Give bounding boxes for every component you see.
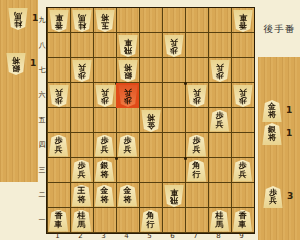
square-f5-r三[interactable]: [139, 158, 162, 183]
piece-銀将-gote[interactable]: 銀将: [95, 160, 115, 182]
square-f5-r七[interactable]: [139, 58, 162, 83]
square-f5-r四[interactable]: [139, 133, 162, 158]
sente-captured-stand: 桂馬1銀将1: [0, 0, 38, 182]
rank-label-二: 二: [38, 182, 46, 207]
piece-歩兵-gote[interactable]: 歩兵: [95, 135, 115, 157]
shogi-board[interactable]: 香車桂馬玉将香車飛車歩兵歩兵銀将歩兵歩兵歩兵歩兵歩兵歩兵金将歩兵歩兵歩兵歩兵歩兵…: [46, 7, 255, 234]
square-f4-r五[interactable]: [116, 108, 139, 133]
piece-歩兵-gote[interactable]: 歩兵: [210, 110, 230, 132]
hoshi-dot: [184, 82, 187, 85]
square-f3-r八[interactable]: [93, 33, 116, 58]
piece-桂馬-gote[interactable]: 桂馬: [72, 210, 92, 232]
rank-label-三: 三: [38, 157, 46, 182]
piece-金将-gote[interactable]: 金将: [95, 185, 115, 207]
turn-indicator: 後手番: [259, 23, 300, 36]
square-f1-r三[interactable]: [47, 158, 70, 183]
square-f1-r二[interactable]: [47, 183, 70, 208]
square-f2-r五[interactable]: [70, 108, 93, 133]
square-f3-r五[interactable]: [93, 108, 116, 133]
rank-label-五: 五: [38, 107, 46, 132]
gote-captured-stand: 金将1銀将1歩兵3: [258, 57, 300, 240]
piece-銀将-gote[interactable]: 銀将: [262, 123, 282, 145]
square-f6-r三[interactable]: [162, 158, 185, 183]
square-f8-r九[interactable]: [208, 8, 231, 33]
square-f9-r四[interactable]: [231, 133, 254, 158]
square-f5-r六[interactable]: [139, 83, 162, 108]
rank-label-八: 八: [38, 32, 46, 57]
piece-歩兵-gote[interactable]: 歩兵: [263, 186, 283, 208]
square-f7-r一[interactable]: [185, 208, 208, 233]
square-f1-r五[interactable]: [47, 108, 70, 133]
piece-香車-gote[interactable]: 香車: [49, 210, 69, 232]
square-f3-r一[interactable]: [93, 208, 116, 233]
square-f6-r六[interactable]: [162, 83, 185, 108]
file-label-7: 7: [184, 232, 207, 240]
square-f4-r一[interactable]: [116, 208, 139, 233]
piece-桂馬-sente[interactable]: 桂馬: [8, 8, 28, 30]
piece-王将-gote[interactable]: 王将: [72, 185, 92, 207]
square-f8-r八[interactable]: [208, 33, 231, 58]
square-f5-r二[interactable]: [139, 183, 162, 208]
square-f4-r九[interactable]: [116, 8, 139, 33]
piece-金将-gote[interactable]: 金将: [262, 100, 282, 122]
square-f6-r一[interactable]: [162, 208, 185, 233]
square-f9-r五[interactable]: [231, 108, 254, 133]
rank-label-七: 七: [38, 57, 46, 82]
file-label-2: 2: [69, 232, 92, 240]
square-f9-r七[interactable]: [231, 58, 254, 83]
file-label-4: 4: [115, 232, 138, 240]
rank-label-四: 四: [38, 132, 46, 157]
square-f5-r八[interactable]: [139, 33, 162, 58]
square-f8-r六[interactable]: [208, 83, 231, 108]
file-label-3: 3: [92, 232, 115, 240]
square-f6-r四[interactable]: [162, 133, 185, 158]
piece-金将-gote[interactable]: 金将: [118, 185, 138, 207]
hand-count: 1: [286, 105, 292, 115]
hand-count: 1: [286, 128, 292, 138]
square-f7-r五[interactable]: [185, 108, 208, 133]
square-f1-r七[interactable]: [47, 58, 70, 83]
piece-歩兵-gote[interactable]: 歩兵: [49, 135, 69, 157]
piece-香車-gote[interactable]: 香車: [233, 210, 253, 232]
square-f7-r七[interactable]: [185, 58, 208, 83]
hoshi-dot: [184, 157, 187, 160]
piece-桂馬-gote[interactable]: 桂馬: [210, 210, 230, 232]
square-f6-r七[interactable]: [162, 58, 185, 83]
square-f7-r二[interactable]: [185, 183, 208, 208]
rank-label-九: 九: [38, 7, 46, 32]
square-f8-r三[interactable]: [208, 158, 231, 183]
square-f4-r三[interactable]: [116, 158, 139, 183]
square-f2-r四[interactable]: [70, 133, 93, 158]
file-label-8: 8: [207, 232, 230, 240]
square-f2-r八[interactable]: [70, 33, 93, 58]
piece-角行-gote[interactable]: 角行: [187, 160, 207, 182]
square-f6-r五[interactable]: [162, 108, 185, 133]
hand-count: 1: [30, 58, 36, 68]
rank-label-一: 一: [38, 207, 46, 232]
hoshi-dot: [115, 157, 118, 160]
piece-歩兵-gote[interactable]: 歩兵: [72, 160, 92, 182]
shogi-app-window: 桂馬1銀将1 後手番 金将1銀将1歩兵3 香車桂馬玉将香車飛車歩兵歩兵銀将歩兵歩…: [0, 0, 300, 240]
hand-count: 3: [287, 191, 293, 201]
file-label-6: 6: [161, 232, 184, 240]
file-label-1: 1: [46, 232, 69, 240]
square-f1-r八[interactable]: [47, 33, 70, 58]
piece-歩兵-gote[interactable]: 歩兵: [233, 160, 253, 182]
piece-銀将-sente[interactable]: 銀将: [6, 53, 26, 75]
square-f9-r八[interactable]: [231, 33, 254, 58]
square-f2-r六[interactable]: [70, 83, 93, 108]
square-f9-r二[interactable]: [231, 183, 254, 208]
square-f7-r八[interactable]: [185, 33, 208, 58]
piece-角行-gote[interactable]: 角行: [141, 210, 161, 232]
piece-歩兵-gote[interactable]: 歩兵: [118, 135, 138, 157]
square-f8-r四[interactable]: [208, 133, 231, 158]
rank-label-六: 六: [38, 82, 46, 107]
square-f6-r九[interactable]: [162, 8, 185, 33]
square-f5-r九[interactable]: [139, 8, 162, 33]
piece-歩兵-gote[interactable]: 歩兵: [187, 135, 207, 157]
square-f7-r九[interactable]: [185, 8, 208, 33]
file-label-9: 9: [230, 232, 253, 240]
square-f8-r二[interactable]: [208, 183, 231, 208]
square-f3-r七[interactable]: [93, 58, 116, 83]
file-label-5: 5: [138, 232, 161, 240]
